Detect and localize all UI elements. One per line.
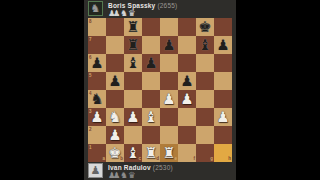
square-h3[interactable]: ♟ xyxy=(214,108,232,126)
captured-pieces-bottom: ♟♟♞♛ xyxy=(108,171,136,180)
square-h2[interactable] xyxy=(214,126,232,144)
square-c5[interactable] xyxy=(124,72,142,90)
white-pawn-icon: ♟ xyxy=(89,164,102,177)
square-b5[interactable]: ♟ xyxy=(106,72,124,90)
square-f1[interactable]: f xyxy=(178,144,196,162)
square-g6[interactable] xyxy=(196,54,214,72)
white-pawn-icon: ♟ xyxy=(214,108,232,126)
rank-label-4: 4 xyxy=(89,91,92,96)
video-content-area: ♞ Boris Spassky(2655) ♟♟♞♛ 8♜♚7♜♟♝♟6♟♝♟5… xyxy=(84,0,236,180)
square-f6[interactable] xyxy=(178,54,196,72)
captured-knight-icon: ♞ xyxy=(120,9,128,18)
square-e2[interactable] xyxy=(160,126,178,144)
square-f2[interactable] xyxy=(178,126,196,144)
square-a6[interactable]: 6♟ xyxy=(88,54,106,72)
square-d5[interactable] xyxy=(142,72,160,90)
avatar-bottom: ♟ xyxy=(88,163,103,178)
file-label-a: a xyxy=(102,156,105,161)
square-c8[interactable]: ♜ xyxy=(124,18,142,36)
player-bar-top: ♞ Boris Spassky(2655) ♟♟♞♛ xyxy=(84,0,236,18)
square-d6[interactable]: ♟ xyxy=(142,54,160,72)
black-pawn-icon: ♟ xyxy=(160,36,178,54)
square-a3[interactable]: 3♟ xyxy=(88,108,106,126)
captured-knight-icon: ♞ xyxy=(120,171,128,180)
square-d1[interactable]: d♜ xyxy=(142,144,160,162)
black-pawn-icon: ♟ xyxy=(106,72,124,90)
square-h7[interactable]: ♟ xyxy=(214,36,232,54)
rank-label-3: 3 xyxy=(89,109,92,114)
square-g2[interactable] xyxy=(196,126,214,144)
square-a8[interactable]: 8 xyxy=(88,18,106,36)
square-e4[interactable]: ♟ xyxy=(160,90,178,108)
file-label-e: e xyxy=(174,156,177,161)
square-b4[interactable] xyxy=(106,90,124,108)
player-rating: (2655) xyxy=(157,2,177,9)
square-a7[interactable]: 7 xyxy=(88,36,106,54)
white-pawn-icon: ♟ xyxy=(160,90,178,108)
captured-pawn-icon: ♟ xyxy=(113,171,121,180)
black-bishop-icon: ♝ xyxy=(196,36,214,54)
captured-queen-icon: ♛ xyxy=(128,9,136,18)
player-bar-bottom: ♟ Ivan Radulov(2530) ♟♟♞♛ xyxy=(84,162,236,180)
square-h5[interactable] xyxy=(214,72,232,90)
square-f5[interactable]: ♟ xyxy=(178,72,196,90)
rank-label-5: 5 xyxy=(89,73,92,78)
black-pawn-icon: ♟ xyxy=(214,36,232,54)
square-d3[interactable]: ♝ xyxy=(142,108,160,126)
square-d8[interactable] xyxy=(142,18,160,36)
file-label-h: h xyxy=(228,156,231,161)
square-d4[interactable] xyxy=(142,90,160,108)
square-a1[interactable]: 1a xyxy=(88,144,106,162)
square-b8[interactable] xyxy=(106,18,124,36)
black-bishop-icon: ♝ xyxy=(124,54,142,72)
square-b7[interactable] xyxy=(106,36,124,54)
square-h6[interactable] xyxy=(214,54,232,72)
black-knight-icon: ♞ xyxy=(89,2,102,15)
square-a4[interactable]: 4♞ xyxy=(88,90,106,108)
file-label-b: b xyxy=(120,156,123,161)
rank-label-2: 2 xyxy=(89,127,92,132)
rank-label-8: 8 xyxy=(89,19,92,24)
black-rook-icon: ♜ xyxy=(124,36,142,54)
white-bishop-icon: ♝ xyxy=(142,108,160,126)
square-g4[interactable] xyxy=(196,90,214,108)
black-pawn-icon: ♟ xyxy=(142,54,160,72)
rank-label-6: 6 xyxy=(89,55,92,60)
white-pawn-icon: ♟ xyxy=(106,126,124,144)
square-b1[interactable]: b♚ xyxy=(106,144,124,162)
square-a2[interactable]: 2 xyxy=(88,126,106,144)
square-h4[interactable] xyxy=(214,90,232,108)
captured-pieces-top: ♟♟♞♛ xyxy=(108,9,136,18)
square-h1[interactable]: h xyxy=(214,144,232,162)
square-h8[interactable] xyxy=(214,18,232,36)
white-pawn-icon: ♟ xyxy=(124,108,142,126)
black-king-icon: ♚ xyxy=(196,18,214,36)
square-d7[interactable] xyxy=(142,36,160,54)
rank-label-7: 7 xyxy=(89,37,92,42)
square-c3[interactable]: ♟ xyxy=(124,108,142,126)
square-c1[interactable]: c♝ xyxy=(124,144,142,162)
white-pawn-icon: ♟ xyxy=(178,90,196,108)
player-rating: (2530) xyxy=(153,164,173,171)
square-g5[interactable] xyxy=(196,72,214,90)
square-f7[interactable] xyxy=(178,36,196,54)
square-f4[interactable]: ♟ xyxy=(178,90,196,108)
white-knight-icon: ♞ xyxy=(106,108,124,126)
square-f8[interactable] xyxy=(178,18,196,36)
captured-queen-icon: ♛ xyxy=(128,171,136,180)
rank-label-1: 1 xyxy=(89,145,92,150)
board: 8♜♚7♜♟♝♟6♟♝♟5♟♟4♞♟♟3♟♞♟♝♟2♟1ab♚c♝d♜e♜fgh xyxy=(88,18,232,162)
black-rook-icon: ♜ xyxy=(124,18,142,36)
file-label-f: f xyxy=(194,156,196,161)
square-e5[interactable] xyxy=(160,72,178,90)
square-d2[interactable] xyxy=(142,126,160,144)
square-e1[interactable]: e♜ xyxy=(160,144,178,162)
square-g1[interactable]: g xyxy=(196,144,214,162)
square-g3[interactable] xyxy=(196,108,214,126)
square-b2[interactable]: ♟ xyxy=(106,126,124,144)
square-g7[interactable]: ♝ xyxy=(196,36,214,54)
square-e8[interactable] xyxy=(160,18,178,36)
square-g8[interactable]: ♚ xyxy=(196,18,214,36)
square-e6[interactable] xyxy=(160,54,178,72)
square-c4[interactable] xyxy=(124,90,142,108)
file-label-d: d xyxy=(156,156,159,161)
captured-pawn-icon: ♟ xyxy=(113,9,121,18)
square-b6[interactable] xyxy=(106,54,124,72)
file-label-c: c xyxy=(138,156,141,161)
square-c6[interactable]: ♝ xyxy=(124,54,142,72)
black-pawn-icon: ♟ xyxy=(178,72,196,90)
square-f3[interactable] xyxy=(178,108,196,126)
file-label-g: g xyxy=(210,156,213,161)
square-e3[interactable] xyxy=(160,108,178,126)
square-c7[interactable]: ♜ xyxy=(124,36,142,54)
square-c2[interactable] xyxy=(124,126,142,144)
avatar-top: ♞ xyxy=(88,1,103,16)
square-a5[interactable]: 5 xyxy=(88,72,106,90)
square-b3[interactable]: ♞ xyxy=(106,108,124,126)
square-e7[interactable]: ♟ xyxy=(160,36,178,54)
